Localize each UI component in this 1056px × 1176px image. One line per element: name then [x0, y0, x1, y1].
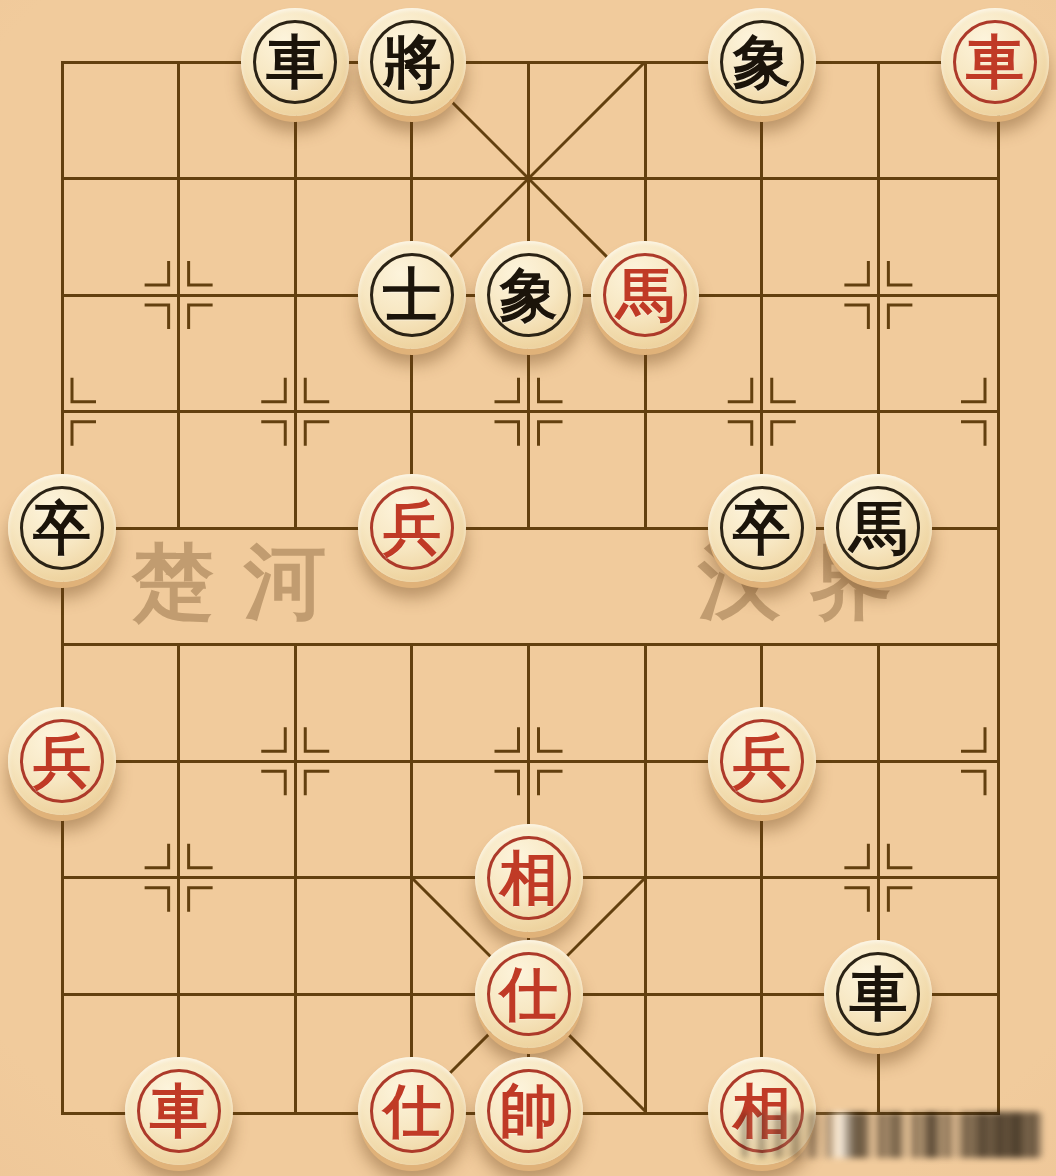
- board-cell: [64, 297, 181, 414]
- piece-red-elephant[interactable]: 相: [475, 824, 583, 932]
- piece-glyph: 象: [733, 33, 791, 91]
- piece-glyph: 士: [383, 266, 441, 324]
- piece-red-chariot[interactable]: 車: [125, 1057, 233, 1165]
- board-cell: [763, 297, 880, 414]
- board-cell: [64, 64, 181, 181]
- board-cell: [530, 64, 647, 181]
- piece-ring: 車: [253, 20, 337, 104]
- piece-glyph: 將: [383, 33, 441, 91]
- piece-ring: 兵: [370, 486, 454, 570]
- piece-ring: 將: [370, 20, 454, 104]
- piece-ring: 象: [487, 253, 571, 337]
- board-cell: [530, 646, 647, 763]
- board-cell: [64, 879, 181, 996]
- piece-glyph: 車: [150, 1082, 208, 1140]
- board-cell: [647, 879, 764, 996]
- piece-red-advisor[interactable]: 仕: [475, 940, 583, 1048]
- piece-ring: 車: [836, 952, 920, 1036]
- board-cell: [297, 646, 414, 763]
- piece-black-soldier[interactable]: 卒: [8, 474, 116, 582]
- piece-glyph: 卒: [733, 499, 791, 557]
- piece-ring: 仕: [487, 952, 571, 1036]
- piece-red-horse[interactable]: 馬: [591, 241, 699, 349]
- piece-ring: 象: [720, 20, 804, 104]
- piece-red-soldier[interactable]: 兵: [8, 707, 116, 815]
- piece-ring: 兵: [20, 719, 104, 803]
- piece-ring: 車: [137, 1069, 221, 1153]
- board-cell: [180, 879, 297, 996]
- board-cell: [180, 297, 297, 414]
- piece-glyph: 仕: [383, 1082, 441, 1140]
- piece-glyph: 車: [266, 33, 324, 91]
- piece-red-soldier[interactable]: 兵: [358, 474, 466, 582]
- piece-glyph: 車: [849, 965, 907, 1023]
- board-cell: [880, 763, 997, 880]
- piece-ring: 馬: [836, 486, 920, 570]
- piece-glyph: 馬: [616, 266, 674, 324]
- piece-ring: 車: [953, 20, 1037, 104]
- board-cell: [530, 413, 647, 530]
- board-cell: [530, 530, 647, 647]
- piece-black-elephant[interactable]: 象: [708, 8, 816, 116]
- piece-glyph: 相: [500, 849, 558, 907]
- piece-ring: 馬: [603, 253, 687, 337]
- river-label-left: 楚河: [132, 536, 356, 626]
- board-cell: [180, 180, 297, 297]
- piece-glyph: 兵: [33, 732, 91, 790]
- piece-black-advisor[interactable]: 士: [358, 241, 466, 349]
- board-cell: [64, 180, 181, 297]
- piece-black-elephant[interactable]: 象: [475, 241, 583, 349]
- piece-black-general[interactable]: 將: [358, 8, 466, 116]
- piece-red-soldier[interactable]: 兵: [708, 707, 816, 815]
- xiangqi-board: 楚河 汉界 車將象車士象馬卒兵卒馬兵兵相仕車車仕帥相: [0, 0, 1056, 1176]
- piece-ring: 兵: [720, 719, 804, 803]
- board-cell: [880, 646, 997, 763]
- board-cell: [880, 297, 997, 414]
- board-cell: [180, 763, 297, 880]
- board-cell: [297, 763, 414, 880]
- piece-ring: 卒: [720, 486, 804, 570]
- piece-red-general[interactable]: 帥: [475, 1057, 583, 1165]
- piece-glyph: 馬: [849, 499, 907, 557]
- piece-ring: 相: [487, 836, 571, 920]
- board-cell: [413, 646, 530, 763]
- piece-glyph: 仕: [500, 965, 558, 1023]
- piece-glyph: 象: [500, 266, 558, 324]
- piece-black-chariot[interactable]: 車: [241, 8, 349, 116]
- board-cell: [763, 180, 880, 297]
- piece-red-chariot[interactable]: 車: [941, 8, 1049, 116]
- piece-black-chariot[interactable]: 車: [824, 940, 932, 1048]
- watermark: [742, 1112, 1042, 1158]
- piece-glyph: 帥: [500, 1082, 558, 1140]
- board-cell: [180, 413, 297, 530]
- board-cell: [180, 646, 297, 763]
- piece-glyph: 兵: [383, 499, 441, 557]
- board-cell: [880, 180, 997, 297]
- piece-ring: 仕: [370, 1069, 454, 1153]
- piece-glyph: 車: [966, 33, 1024, 91]
- piece-ring: 卒: [20, 486, 104, 570]
- piece-red-advisor[interactable]: 仕: [358, 1057, 466, 1165]
- piece-black-horse[interactable]: 馬: [824, 474, 932, 582]
- piece-ring: 士: [370, 253, 454, 337]
- board-cell: [297, 879, 414, 996]
- piece-glyph: 兵: [733, 732, 791, 790]
- piece-ring: 帥: [487, 1069, 571, 1153]
- piece-glyph: 卒: [33, 499, 91, 557]
- piece-black-soldier[interactable]: 卒: [708, 474, 816, 582]
